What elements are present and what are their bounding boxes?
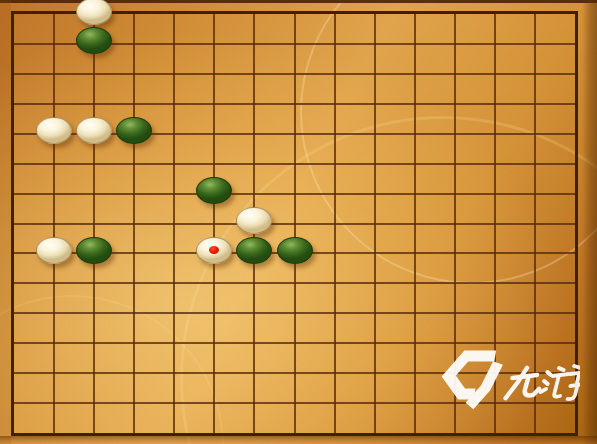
grid-line-horizontal: [14, 312, 575, 314]
board-bottom-margin-shade: [0, 436, 597, 444]
stone-white-g8: [236, 207, 272, 234]
stone-green-c7: [76, 237, 112, 264]
grid-line-vertical: [414, 14, 416, 433]
stone-green-c14: [76, 27, 112, 54]
stone-green-f9: [196, 177, 232, 204]
stone-white-c11: [76, 117, 112, 144]
stone-white-f7: [196, 237, 232, 264]
grid-line-horizontal: [14, 342, 575, 344]
watermark-logo: 九游: [428, 346, 580, 416]
stone-green-d11: [116, 117, 152, 144]
grid-line-horizontal: [14, 282, 575, 284]
gomoku-game-screen: 九游: [0, 0, 597, 444]
stone-white-b11: [36, 117, 72, 144]
board-right-margin-shade: [582, 0, 597, 444]
stone-green-g7: [236, 237, 272, 264]
board-left-margin-shade: [0, 0, 11, 444]
grid-line-vertical: [334, 14, 336, 433]
last-move-marker: [209, 246, 219, 254]
stone-white-b7: [36, 237, 72, 264]
grid-line-horizontal: [14, 223, 575, 225]
grid-line-vertical: [374, 14, 376, 433]
stone-green-h7: [277, 237, 313, 264]
stone-white-c15: [76, 0, 112, 25]
